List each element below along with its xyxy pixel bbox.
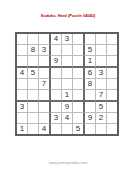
cell-r4c7: 6 [85, 68, 96, 79]
cell-r7c4 [51, 102, 62, 113]
cell-r7c3 [39, 102, 51, 113]
cell-r4c8: 3 [96, 68, 107, 79]
cell-r1c5: 3 [62, 34, 73, 45]
cell-r8c8: 2 [96, 113, 107, 124]
cell-r6c3 [39, 90, 51, 102]
cell-r4c3 [39, 68, 51, 79]
cell-r3c6 [73, 56, 85, 68]
cell-r7c2 [28, 102, 39, 113]
cell-r1c8 [96, 34, 107, 45]
cell-r8c3 [39, 113, 51, 124]
cell-r7c9 [107, 102, 117, 113]
cell-r8c2 [28, 113, 39, 124]
page-title: Sudoku, Hard (Puzzle #4043) [0, 13, 136, 19]
cell-r9c1: 1 [17, 124, 28, 134]
cell-r5c2 [28, 79, 39, 90]
cell-r6c8: 7 [96, 90, 107, 102]
cell-r6c6 [73, 90, 85, 102]
cell-r6c2 [28, 90, 39, 102]
cell-r8c1 [17, 113, 28, 124]
cell-r9c5 [62, 124, 73, 134]
cell-r5c4 [51, 79, 62, 90]
sudoku-board: 4383591456378173953492145 [15, 32, 119, 136]
cell-r9c9 [107, 124, 117, 134]
cell-r2c5 [62, 45, 73, 56]
cell-r4c9 [107, 68, 117, 79]
cell-r2c9 [107, 45, 117, 56]
cell-r5c1 [17, 79, 28, 90]
cell-r5c7: 8 [85, 79, 96, 90]
cell-r8c5: 4 [62, 113, 73, 124]
cell-r2c1 [17, 45, 28, 56]
cell-r8c4: 3 [51, 113, 62, 124]
cell-r3c9 [107, 56, 117, 68]
cell-r3c5 [62, 56, 73, 68]
cell-r5c9 [107, 79, 117, 90]
cell-r5c6 [73, 79, 85, 90]
cell-r7c1: 3 [17, 102, 28, 113]
cell-r9c6: 5 [73, 124, 85, 134]
cell-r3c4: 9 [51, 56, 62, 68]
cell-r8c7: 9 [85, 113, 96, 124]
cell-r9c3: 4 [39, 124, 51, 134]
cell-r7c8: 5 [96, 102, 107, 113]
cell-r2c2: 8 [28, 45, 39, 56]
cell-r7c7 [85, 102, 96, 113]
cell-r1c9 [107, 34, 117, 45]
cell-r6c4 [51, 90, 62, 102]
cell-r1c1 [17, 34, 28, 45]
footer-url: www.printmysudoku.com [0, 161, 136, 166]
cell-r6c1 [17, 90, 28, 102]
cell-r6c9 [107, 90, 117, 102]
cell-r9c7 [85, 124, 96, 134]
cell-r2c8 [96, 45, 107, 56]
cell-r1c7 [85, 34, 96, 45]
cell-r5c3: 7 [39, 79, 51, 90]
cell-r6c5: 1 [62, 90, 73, 102]
cell-r4c4 [51, 68, 62, 79]
cell-r4c2: 5 [28, 68, 39, 79]
cell-r4c5 [62, 68, 73, 79]
cell-r5c8 [96, 79, 107, 90]
cell-r2c7: 5 [85, 45, 96, 56]
cell-r3c2 [28, 56, 39, 68]
cell-r6c7 [85, 90, 96, 102]
cell-r4c6 [73, 68, 85, 79]
cell-r3c3 [39, 56, 51, 68]
cell-r4c1: 4 [17, 68, 28, 79]
cell-r9c8 [96, 124, 107, 134]
cell-r5c5 [62, 79, 73, 90]
printable-sudoku-page: { "game": "sudoku", "position": "0004300… [0, 0, 136, 176]
cell-r8c9 [107, 113, 117, 124]
cell-r7c6 [73, 102, 85, 113]
cell-r2c6 [73, 45, 85, 56]
cell-r1c3 [39, 34, 51, 45]
cell-r1c4: 4 [51, 34, 62, 45]
cell-r3c8 [96, 56, 107, 68]
cell-r3c1 [17, 56, 28, 68]
cell-r8c6 [73, 113, 85, 124]
cell-r1c6 [73, 34, 85, 45]
cell-r2c4 [51, 45, 62, 56]
cell-r1c2 [28, 34, 39, 45]
cell-r7c5: 9 [62, 102, 73, 113]
sudoku-grid: 4383591456378173953492145 [15, 32, 119, 136]
cell-r2c3: 3 [39, 45, 51, 56]
cell-r9c2 [28, 124, 39, 134]
cell-r3c7: 1 [85, 56, 96, 68]
cell-r9c4 [51, 124, 62, 134]
